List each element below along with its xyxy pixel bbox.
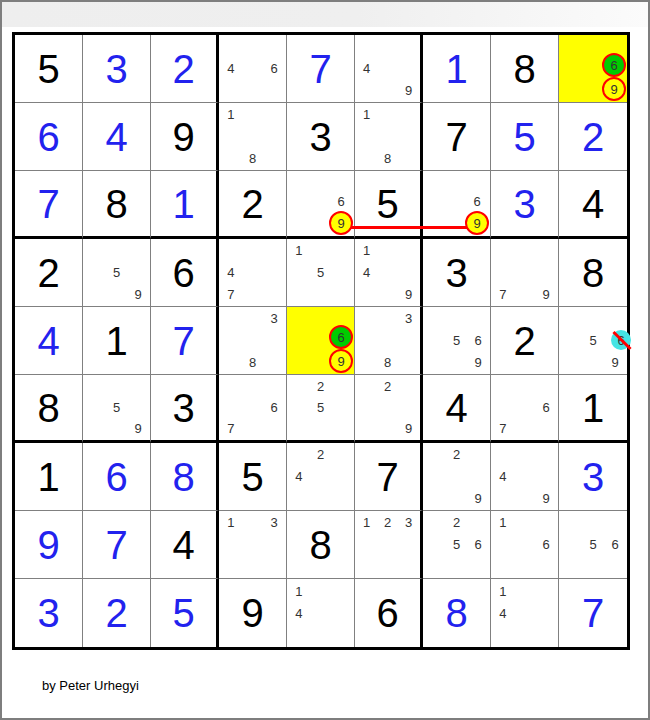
candidate-slot: 9 — [535, 283, 557, 305]
candidate-digit: 5 — [453, 333, 460, 348]
candidate-slot: 1 — [492, 580, 514, 602]
candidate-slot — [242, 262, 264, 284]
candidates: 47 — [219, 239, 286, 306]
digit-solved: 2 — [83, 579, 150, 647]
digit-solved: 7 — [559, 579, 627, 647]
candidate-slot — [377, 555, 398, 577]
cell-r8c8[interactable]: 16 — [491, 511, 559, 579]
cell-r9c4[interactable]: 9 — [219, 579, 287, 647]
candidate-slot: 2 — [310, 376, 332, 397]
cell-r7c2[interactable]: 6 — [83, 443, 151, 511]
candidate-digit: 6 — [475, 537, 482, 552]
cell-r9c2[interactable]: 2 — [83, 579, 151, 647]
candidate-slot — [106, 240, 128, 262]
candidate-slot — [492, 240, 514, 262]
candidate-slot: 9 — [604, 351, 626, 373]
candidate-slot: 9 — [329, 349, 353, 373]
cell-r2c7[interactable]: 7 — [423, 103, 491, 171]
yellow-circle-mark: 9 — [602, 77, 626, 101]
candidate-slot — [127, 240, 149, 262]
candidate-slot: 5 — [106, 262, 128, 284]
digit-given: 7 — [423, 103, 490, 170]
author-credit: by Peter Urhegyi — [42, 678, 139, 693]
cell-r3c2[interactable]: 8 — [83, 171, 151, 239]
candidate-digit: 9 — [475, 491, 482, 506]
cell-r4c9[interactable]: 8 — [559, 239, 627, 307]
cell-r8c4[interactable]: 13 — [219, 511, 287, 579]
candidates: 149 — [355, 239, 420, 306]
candidate-slot — [309, 211, 330, 235]
cell-r1c8[interactable]: 8 — [491, 35, 559, 103]
digit-solved: 9 — [15, 511, 82, 578]
candidate-slot — [356, 351, 377, 373]
candidate-slot — [398, 330, 419, 352]
candidates: 79 — [491, 239, 558, 306]
candidates: 69 — [423, 171, 490, 236]
candidate-slot — [398, 397, 419, 418]
candidates: 59 — [83, 239, 150, 306]
cell-r4c8[interactable]: 79 — [491, 239, 559, 307]
candidates: 16 — [491, 511, 558, 578]
digit-given: 2 — [491, 307, 558, 374]
cell-r4c3[interactable]: 6 — [151, 239, 219, 307]
candidate-slot: 6 — [329, 192, 353, 212]
candidate-slot — [331, 283, 353, 305]
candidate-slot — [377, 397, 398, 418]
cell-r2c5[interactable]: 3 — [287, 103, 355, 171]
candidate-slot — [560, 555, 582, 577]
cell-r7c8[interactable]: 49 — [491, 443, 559, 511]
digit-given: 9 — [219, 579, 286, 647]
cell-r7c4[interactable]: 5 — [219, 443, 287, 511]
cell-r2c9[interactable]: 2 — [559, 103, 627, 171]
cell-r5c2[interactable]: 1 — [83, 307, 151, 375]
candidate-slot — [84, 283, 106, 305]
digit-given: 3 — [287, 103, 354, 170]
digit-given: 8 — [287, 511, 354, 578]
cell-r1c6[interactable]: 49 — [355, 35, 423, 103]
cell-r5c3[interactable]: 7 — [151, 307, 219, 375]
candidate-slot — [424, 534, 446, 556]
sudoku-app-window: 5324674918696491831875278126956934259647… — [0, 0, 650, 720]
candidate-slot — [446, 308, 468, 330]
cell-r5c5[interactable]: 69 — [287, 307, 355, 375]
cell-r5c8[interactable]: 2 — [491, 307, 559, 375]
candidate-slot — [242, 308, 264, 330]
cell-r9c8[interactable]: 14 — [491, 579, 559, 647]
cell-r2c4[interactable]: 18 — [219, 103, 287, 171]
candidate-slot — [467, 444, 489, 466]
candidates: 69 — [287, 307, 354, 374]
cell-r6c5[interactable]: 25 — [287, 375, 355, 443]
candidate-slot — [514, 283, 536, 305]
cell-r3c4[interactable]: 2 — [219, 171, 287, 239]
cell-r2c3[interactable]: 9 — [151, 103, 219, 171]
cell-r8c5[interactable]: 8 — [287, 511, 355, 579]
cell-r2c8[interactable]: 5 — [491, 103, 559, 171]
candidate-digit: 3 — [405, 515, 412, 530]
candidate-slot: 1 — [288, 240, 310, 262]
cell-r8c9[interactable]: 56 — [559, 511, 627, 579]
candidate-slot: 6 — [467, 534, 489, 556]
candidate-digit: 9 — [405, 287, 412, 302]
digit-given: 6 — [355, 579, 420, 647]
candidate-slot: 6 — [467, 330, 489, 352]
candidate-digit: 1 — [295, 243, 302, 258]
candidate-slot — [356, 555, 377, 577]
candidate-slot: 9 — [329, 211, 353, 235]
candidate-slot — [377, 104, 398, 126]
candidate-slot — [377, 308, 398, 330]
candidate-slot: 1 — [220, 512, 242, 534]
candidate-slot — [398, 534, 419, 556]
cell-r7c3[interactable]: 8 — [151, 443, 219, 511]
cell-r5c1[interactable]: 4 — [15, 307, 83, 375]
candidate-digit: 1 — [499, 515, 506, 530]
candidates: 38 — [219, 307, 286, 374]
candidate-digit: 9 — [135, 421, 142, 436]
candidate-slot — [263, 555, 285, 577]
candidate-slot: 6 — [329, 325, 353, 349]
candidate-digit: 6 — [543, 537, 550, 552]
cell-r1c5[interactable]: 7 — [287, 35, 355, 103]
cell-r6c9[interactable]: 1 — [559, 375, 627, 443]
candidate-slot: 6 — [535, 534, 557, 556]
candidate-slot: 2 — [377, 376, 398, 397]
candidates: 15 — [287, 239, 354, 306]
candidate-slot: 1 — [492, 512, 514, 534]
candidate-digit: 5 — [113, 400, 120, 415]
candidate-slot — [446, 466, 468, 488]
candidate-slot — [288, 397, 310, 418]
candidates: 69 — [559, 35, 627, 102]
candidate-slot — [263, 262, 285, 284]
candidate-slot — [288, 349, 309, 373]
cell-r5c9[interactable]: 569 — [559, 307, 627, 375]
candidates: 123 — [355, 511, 420, 578]
candidate-slot — [220, 126, 242, 148]
candidate-digit: 1 — [227, 107, 234, 122]
cell-r1c3[interactable]: 2 — [151, 35, 219, 103]
candidates: 29 — [423, 443, 490, 510]
digit-given: 2 — [15, 239, 82, 306]
candidate-slot — [514, 262, 536, 284]
candidate-slot — [310, 466, 332, 488]
candidates: 13 — [219, 511, 286, 578]
cell-r9c1[interactable]: 3 — [15, 579, 83, 647]
candidate-slot — [242, 330, 264, 352]
candidate-slot: 4 — [220, 262, 242, 284]
candidate-digit: 2 — [453, 515, 460, 530]
candidate-slot — [242, 555, 264, 577]
digit-given: 4 — [423, 375, 490, 440]
cell-r3c1[interactable]: 7 — [15, 171, 83, 239]
candidate-slot — [377, 58, 398, 80]
candidate-slot: 5 — [310, 262, 332, 284]
candidate-slot — [581, 53, 602, 77]
cell-r1c4[interactable]: 46 — [219, 35, 287, 103]
candidate-slot — [356, 308, 377, 330]
candidate-digit: 5 — [317, 265, 324, 280]
cell-r6c7[interactable]: 4 — [423, 375, 491, 443]
candidate-slot: 4 — [492, 602, 514, 624]
digit-solved: 7 — [151, 307, 216, 374]
cell-r9c6[interactable]: 6 — [355, 579, 423, 647]
candidate-digit: 7 — [227, 421, 234, 436]
cell-r5c6[interactable]: 38 — [355, 307, 423, 375]
candidate-slot — [84, 418, 106, 439]
cell-r1c2[interactable]: 3 — [83, 35, 151, 103]
candidate-digit: 2 — [453, 447, 460, 462]
digit-solved: 5 — [491, 103, 558, 170]
candidate-slot — [288, 325, 309, 349]
candidate-slot: 9 — [535, 487, 557, 509]
candidate-slot — [467, 512, 489, 534]
candidate-digit: 6 — [271, 61, 278, 76]
candidates: 38 — [355, 307, 420, 374]
candidate-slot — [582, 555, 604, 577]
cell-r9c9[interactable]: 7 — [559, 579, 627, 647]
candidate-slot: 3 — [263, 512, 285, 534]
candidate-slot — [514, 397, 536, 418]
candidate-slot — [446, 351, 468, 373]
cell-r4c1[interactable]: 2 — [15, 239, 83, 307]
cell-r8c2[interactable]: 7 — [83, 511, 151, 579]
candidate-slot — [331, 240, 353, 262]
cell-r6c8[interactable]: 67 — [491, 375, 559, 443]
cell-r6c4[interactable]: 67 — [219, 375, 287, 443]
digit-solved: 5 — [151, 579, 216, 647]
candidate-slot: 7 — [220, 283, 242, 305]
cell-r9c7[interactable]: 8 — [423, 579, 491, 647]
cell-r3c7[interactable]: 69 — [423, 171, 491, 239]
digit-given: 7 — [355, 443, 420, 510]
candidate-slot: 5 — [446, 534, 468, 556]
cell-r4c4[interactable]: 47 — [219, 239, 287, 307]
candidate-slot — [309, 325, 330, 349]
candidate-slot — [309, 172, 330, 192]
candidate-slot: 6 — [604, 330, 626, 352]
candidate-digit: 4 — [363, 61, 370, 76]
candidate-slot — [560, 53, 581, 77]
candidate-digit: 2 — [317, 447, 324, 462]
cell-r3c8[interactable]: 3 — [491, 171, 559, 239]
candidate-digit: 4 — [499, 606, 506, 621]
candidate-slot — [377, 240, 398, 262]
candidate-slot — [424, 351, 446, 373]
candidate-slot: 8 — [377, 351, 398, 373]
digit-given: 1 — [559, 375, 627, 440]
candidate-digit: 6 — [617, 333, 624, 348]
candidate-slot — [535, 466, 557, 488]
candidate-slot: 3 — [398, 308, 419, 330]
candidate-slot — [424, 330, 446, 352]
candidate-slot — [582, 308, 604, 330]
cell-r1c7[interactable]: 1 — [423, 35, 491, 103]
candidate-slot — [310, 624, 332, 646]
candidate-slot — [309, 308, 330, 325]
candidate-slot — [242, 418, 264, 439]
candidate-slot — [424, 211, 445, 235]
candidate-slot — [398, 126, 419, 148]
candidate-digit: 6 — [611, 537, 618, 552]
candidates: 29 — [355, 375, 420, 440]
candidates: 18 — [355, 103, 420, 170]
digit-given: 1 — [83, 307, 150, 374]
candidate-slot — [467, 466, 489, 488]
cell-r2c6[interactable]: 18 — [355, 103, 423, 171]
candidate-digit: 1 — [227, 515, 234, 530]
candidate-slot — [535, 512, 557, 534]
candidate-slot — [331, 397, 353, 418]
cell-r4c7[interactable]: 3 — [423, 239, 491, 307]
candidate-digit: 4 — [227, 265, 234, 280]
candidate-slot: 7 — [492, 283, 514, 305]
candidate-slot — [329, 172, 353, 192]
digit-solved: 7 — [287, 35, 354, 102]
candidates: 67 — [491, 375, 558, 440]
digit-given: 5 — [15, 35, 82, 102]
cell-r7c9[interactable]: 3 — [559, 443, 627, 511]
cell-r6c6[interactable]: 29 — [355, 375, 423, 443]
cell-r9c3[interactable]: 5 — [151, 579, 219, 647]
candidate-slot — [467, 308, 489, 330]
cell-r4c6[interactable]: 149 — [355, 239, 423, 307]
cell-r7c1[interactable]: 1 — [15, 443, 83, 511]
candidate-slot — [445, 192, 466, 212]
cell-r2c2[interactable]: 4 — [83, 103, 151, 171]
candidate-slot: 4 — [220, 58, 242, 80]
cell-r4c2[interactable]: 59 — [83, 239, 151, 307]
candidate-slot — [288, 308, 309, 325]
candidate-slot — [331, 262, 353, 284]
digit-solved: 2 — [151, 35, 216, 102]
cell-r1c1[interactable]: 5 — [15, 35, 83, 103]
candidate-slot — [604, 512, 626, 534]
cell-r5c7[interactable]: 569 — [423, 307, 491, 375]
candidate-digit: 8 — [249, 151, 256, 166]
candidate-slot — [242, 283, 264, 305]
candidate-slot — [220, 555, 242, 577]
candidate-slot — [514, 240, 536, 262]
candidate-digit: 9 — [473, 216, 480, 231]
digit-solved: 8 — [423, 579, 490, 647]
candidate-slot — [106, 418, 128, 439]
digit-given: 5 — [219, 443, 286, 510]
cell-r3c9[interactable]: 4 — [559, 171, 627, 239]
candidates: 18 — [219, 103, 286, 170]
candidate-slot: 4 — [288, 602, 310, 624]
candidate-slot — [127, 397, 149, 418]
candidate-slot — [398, 147, 419, 169]
cell-r6c1[interactable]: 8 — [15, 375, 83, 443]
candidate-slot — [242, 58, 264, 80]
candidate-slot: 7 — [492, 418, 514, 439]
candidate-slot — [535, 555, 557, 577]
cell-r7c6[interactable]: 7 — [355, 443, 423, 511]
candidate-slot — [582, 512, 604, 534]
candidate-slot — [535, 262, 557, 284]
cell-r3c5[interactable]: 69 — [287, 171, 355, 239]
candidate-digit: 3 — [271, 311, 278, 326]
candidate-slot — [535, 240, 557, 262]
candidate-slot — [84, 376, 106, 397]
candidate-slot — [220, 534, 242, 556]
candidate-slot — [467, 555, 489, 577]
candidate-slot — [263, 79, 285, 101]
candidate-slot — [310, 580, 332, 602]
candidates: 69 — [287, 171, 354, 236]
candidate-slot — [514, 487, 536, 509]
candidate-slot — [242, 126, 264, 148]
cell-r1c9[interactable]: 69 — [559, 35, 627, 103]
candidate-slot — [492, 555, 514, 577]
candidate-slot: 1 — [220, 104, 242, 126]
candidate-slot — [398, 351, 419, 373]
candidate-slot — [398, 36, 419, 58]
candidate-slot — [604, 555, 626, 577]
candidate-digit: 9 — [135, 287, 142, 302]
candidate-slot — [492, 397, 514, 418]
candidate-digit: 1 — [363, 107, 370, 122]
candidate-slot — [310, 283, 332, 305]
yellow-circle-mark: 9 — [465, 211, 489, 235]
cell-r8c6[interactable]: 123 — [355, 511, 423, 579]
cell-r3c3[interactable]: 1 — [151, 171, 219, 239]
cell-r8c7[interactable]: 256 — [423, 511, 491, 579]
candidate-slot: 2 — [446, 444, 468, 466]
cell-r8c1[interactable]: 9 — [15, 511, 83, 579]
candidate-slot — [445, 172, 466, 192]
cell-r6c2[interactable]: 59 — [83, 375, 151, 443]
cell-r9c5[interactable]: 14 — [287, 579, 355, 647]
candidate-digit: 8 — [384, 355, 391, 370]
candidate-slot — [581, 36, 602, 53]
digit-given: 8 — [559, 239, 627, 306]
candidate-slot — [398, 262, 419, 284]
cell-r6c3[interactable]: 3 — [151, 375, 219, 443]
digit-solved: 1 — [151, 171, 216, 236]
cell-r7c5[interactable]: 24 — [287, 443, 355, 511]
digit-solved: 4 — [83, 103, 150, 170]
candidate-digit: 9 — [405, 83, 412, 98]
cell-r4c5[interactable]: 15 — [287, 239, 355, 307]
candidate-slot — [331, 376, 353, 397]
candidate-slot: 9 — [398, 418, 419, 439]
candidate-slot — [356, 418, 377, 439]
candidate-slot — [263, 534, 285, 556]
digit-solved: 6 — [83, 443, 150, 510]
digit-solved: 4 — [15, 307, 82, 374]
candidate-slot — [535, 580, 557, 602]
cell-r8c3[interactable]: 4 — [151, 511, 219, 579]
candidate-slot — [424, 555, 446, 577]
candidate-slot — [310, 487, 332, 509]
candidate-slot — [560, 330, 582, 352]
candidate-slot — [492, 534, 514, 556]
cell-r2c1[interactable]: 6 — [15, 103, 83, 171]
candidate-digit: 6 — [337, 330, 344, 345]
cell-r5c4[interactable]: 38 — [219, 307, 287, 375]
cell-r7c7[interactable]: 29 — [423, 443, 491, 511]
green-circle-mark: 6 — [329, 325, 353, 349]
candidate-slot — [288, 192, 309, 212]
candidate-slot — [263, 283, 285, 305]
candidate-slot: 9 — [465, 211, 489, 235]
candidate-digit: 4 — [363, 265, 370, 280]
candidate-digit: 9 — [405, 421, 412, 436]
candidate-slot — [263, 126, 285, 148]
